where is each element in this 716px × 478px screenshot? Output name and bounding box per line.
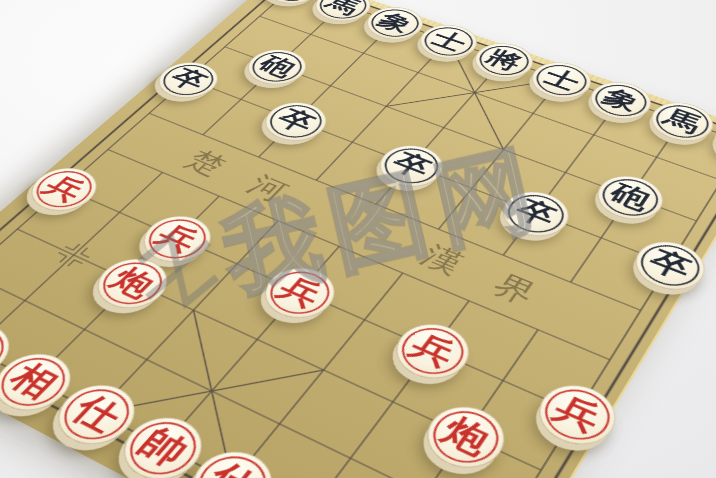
photo-frame: 楚河漢界 車馬象士將士象馬車砲砲卒卒卒卒卒兵兵兵兵兵炮炮車馬相仕帥仕相馬車 我图… bbox=[0, 0, 716, 478]
svg-text:河: 河 bbox=[240, 170, 295, 207]
svg-text:界: 界 bbox=[486, 268, 543, 311]
xiangqi-board: 楚河漢界 車馬象士將士象馬車砲砲卒卒卒卒卒兵兵兵兵兵炮炮車馬相仕帥仕相馬車 bbox=[0, 0, 716, 478]
svg-text:漢: 漢 bbox=[414, 239, 470, 280]
svg-text:楚: 楚 bbox=[179, 145, 233, 181]
